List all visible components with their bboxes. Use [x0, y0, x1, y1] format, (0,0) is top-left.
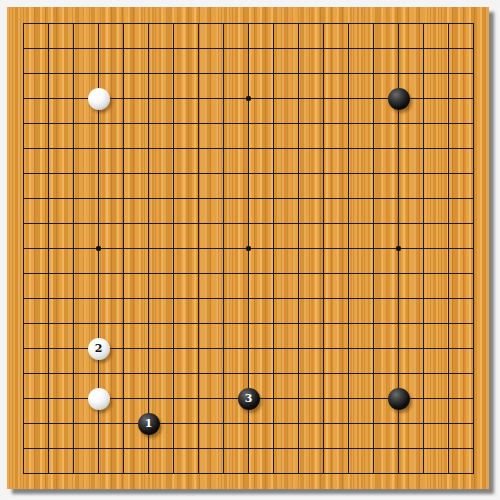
go-stone-white-D4: [88, 388, 110, 410]
stone-move-number: 3: [245, 393, 253, 404]
stone-layer: 213: [11, 11, 486, 486]
go-stone-white-D16: [88, 88, 110, 110]
go-stone-black-F3: 1: [138, 413, 160, 435]
go-stone-white-D6: 2: [88, 338, 110, 360]
go-board[interactable]: 213: [7, 7, 489, 489]
stone-move-number: 1: [145, 418, 153, 429]
go-stone-black-K4: 3: [238, 388, 260, 410]
go-app-page: 213: [0, 0, 500, 500]
go-stone-black-Q4: [388, 388, 410, 410]
go-stone-black-Q16: [388, 88, 410, 110]
stone-move-number: 2: [95, 343, 103, 354]
